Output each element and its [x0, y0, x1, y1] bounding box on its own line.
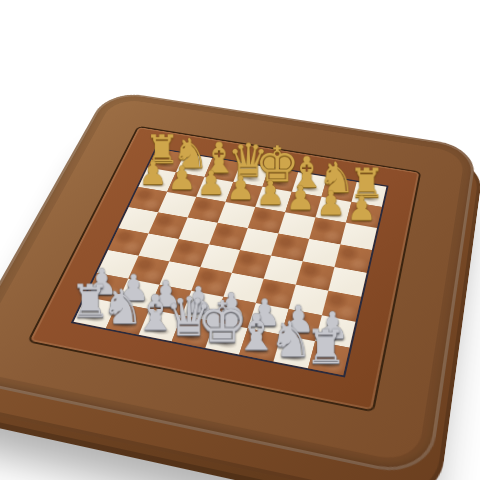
piece-white-rook: ♜: [305, 324, 347, 371]
chess-board: ♜♞♝♛♚♝♞♜♟♟♟♟♟♟♟♟♟♟♟♟♟♟♟♟♜♞♝♛♚♝♞♜: [74, 149, 387, 375]
chess-set-photo: ♜♞♝♛♚♝♞♜♟♟♟♟♟♟♟♟♟♟♟♟♟♟♟♟♜♞♝♛♚♝♞♜: [0, 0, 480, 480]
wooden-chess-box: ♜♞♝♛♚♝♞♜♟♟♟♟♟♟♟♟♟♟♟♟♟♟♟♟♜♞♝♛♚♝♞♜: [0, 90, 477, 480]
square-a6: [129, 187, 167, 212]
piece-black-pawn: ♟: [316, 186, 346, 219]
piece-black-pawn: ♟: [256, 176, 285, 209]
piece-black-pawn: ♟: [167, 162, 196, 194]
piece-black-pawn: ♟: [139, 157, 168, 189]
piece-black-pawn: ♟: [347, 191, 377, 224]
piece-black-pawn: ♟: [197, 166, 226, 198]
photo-scene: ♜♞♝♛♚♝♞♜♟♟♟♟♟♟♟♟♟♟♟♟♟♟♟♟♜♞♝♛♚♝♞♜: [0, 0, 480, 480]
piece-black-pawn: ♟: [286, 181, 315, 214]
square-h1: ♜: [308, 341, 349, 375]
square-h7: ♟: [346, 202, 382, 228]
burl-inlay-margin: ♜♞♝♛♚♝♞♜♟♟♟♟♟♟♟♟♟♟♟♟♟♟♟♟♜♞♝♛♚♝♞♜: [30, 127, 419, 410]
piece-black-pawn: ♟: [226, 171, 255, 204]
square-c6: [188, 197, 226, 223]
square-g5: [303, 239, 341, 267]
